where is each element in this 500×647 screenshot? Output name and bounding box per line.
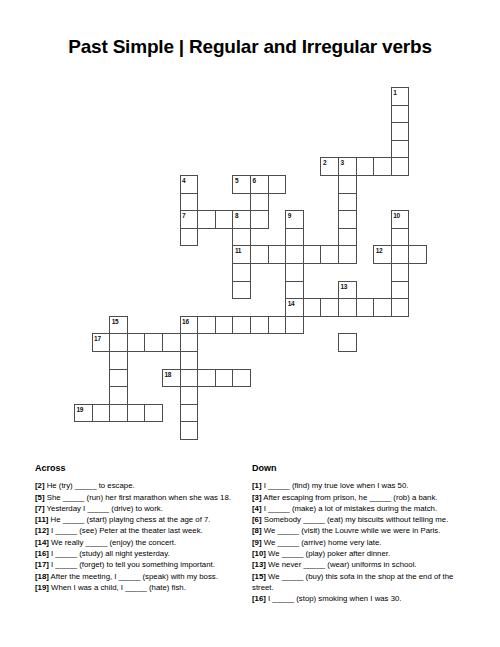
grid-cell[interactable] — [109, 351, 128, 370]
grid-cell[interactable] — [285, 316, 304, 335]
clue-item: [15] We _____ (buy) this sofa in the sho… — [252, 571, 472, 594]
grid-cell[interactable] — [232, 228, 251, 247]
clue-number: [3] — [252, 493, 262, 502]
grid-cell[interactable] — [338, 210, 357, 229]
grid-cell[interactable]: 7 — [180, 210, 199, 229]
grid-cell[interactable] — [391, 140, 410, 159]
grid-cell[interactable] — [215, 316, 234, 335]
grid-cell[interactable] — [391, 263, 410, 282]
grid-cell[interactable] — [180, 386, 199, 405]
cell-number: 11 — [235, 247, 241, 254]
down-header: Down — [252, 463, 472, 474]
clue-number: [17] — [35, 560, 49, 569]
grid-cell[interactable]: 15 — [109, 316, 128, 335]
grid-cell[interactable] — [391, 157, 410, 176]
grid-cell[interactable] — [232, 316, 251, 335]
cell-number: 15 — [112, 318, 119, 325]
clue-item: [11] He _____ (start) playing chess at t… — [35, 514, 249, 525]
clue-number: [11] — [35, 515, 48, 524]
grid-cell[interactable]: 6 — [250, 175, 269, 194]
grid-cell[interactable] — [391, 122, 410, 141]
clue-number: [5] — [35, 493, 45, 502]
grid-cell[interactable] — [250, 245, 269, 264]
cell-number: 2 — [323, 159, 326, 166]
grid-cell[interactable]: 10 — [391, 210, 410, 229]
grid-cell[interactable] — [197, 369, 216, 388]
clue-number: [16] — [252, 594, 266, 603]
cell-number: 3 — [341, 159, 344, 166]
clue-number: [19] — [35, 583, 49, 592]
clue-item: [8] We _____ (visit) the Louvre while we… — [252, 525, 472, 536]
clue-item: [16] I _____ (stop) smoking when I was 3… — [252, 593, 472, 604]
clue-number: [6] — [252, 515, 262, 524]
cell-number: 10 — [393, 212, 400, 219]
clue-number: [18] — [35, 572, 49, 581]
clue-number: [2] — [35, 481, 45, 490]
grid-cell[interactable]: 5 — [232, 175, 251, 194]
grid-cell[interactable] — [144, 333, 163, 352]
cell-number: 7 — [182, 212, 185, 219]
grid-cell[interactable]: 9 — [285, 210, 304, 229]
clue-number: [16] — [35, 549, 49, 558]
grid-cell[interactable]: 17 — [92, 333, 111, 352]
grid-cell[interactable] — [391, 281, 410, 300]
clue-item: [13] We never _____ (wear) uniforms in s… — [252, 559, 472, 570]
clue-item: [9] We _____ (arrive) home very late. — [252, 537, 472, 548]
grid-cell[interactable] — [356, 157, 375, 176]
grid-cell[interactable] — [373, 157, 392, 176]
grid-cell[interactable] — [144, 404, 163, 423]
grid-cell[interactable] — [320, 245, 339, 264]
grid-cell[interactable] — [285, 228, 304, 247]
grid-cell[interactable] — [180, 228, 199, 247]
grid-cell[interactable] — [391, 298, 410, 317]
grid-cell[interactable] — [162, 333, 181, 352]
grid-cell[interactable] — [268, 316, 287, 335]
clue-item: [10] We _____ (play) poker after dinner. — [252, 548, 472, 559]
grid-cell[interactable] — [250, 316, 269, 335]
grid-cell[interactable] — [268, 175, 287, 194]
grid-cell[interactable] — [268, 245, 287, 264]
down-clues: Down [1] I _____ (find) my true love whe… — [252, 463, 472, 605]
clue-item: [4] I _____ (make) a lot of mistakes dur… — [252, 503, 472, 514]
cell-number: 4 — [182, 177, 185, 184]
grid-cell[interactable] — [180, 404, 199, 423]
clue-item: [5] She _____ (run) her first marathon w… — [35, 492, 249, 503]
clue-number: [10] — [252, 549, 266, 558]
grid-cell[interactable] — [408, 245, 427, 264]
across-clues: Across [2] He (try) _____ to escape.[5] … — [35, 463, 249, 593]
clue-item: [14] We really _____ (enjoy) the concert… — [35, 537, 249, 548]
grid-cell[interactable] — [391, 228, 410, 247]
grid-cell[interactable] — [180, 421, 199, 440]
grid-cell[interactable] — [250, 193, 269, 212]
across-clue-list: [2] He (try) _____ to escape.[5] She ___… — [35, 480, 249, 593]
grid-cell[interactable]: 19 — [74, 404, 93, 423]
grid-cell[interactable] — [285, 281, 304, 300]
cell-number: 16 — [182, 318, 189, 325]
down-clue-list: [1] I _____ (find) my true love when I w… — [252, 480, 472, 604]
grid-cell[interactable]: 14 — [285, 298, 304, 317]
grid-cell[interactable] — [197, 210, 216, 229]
clue-item: [3] After escaping from prison, he _____… — [252, 492, 472, 503]
clue-item: [6] Somebody _____ (eat) my biscuits wit… — [252, 514, 472, 525]
grid-cell[interactable] — [232, 263, 251, 282]
grid-cell[interactable]: 2 — [320, 157, 339, 176]
worksheet-page: Past Simple | Regular and Irregular verb… — [0, 0, 500, 647]
clue-number: [14] — [35, 538, 49, 547]
grid-cell[interactable] — [338, 245, 357, 264]
grid-cell[interactable] — [180, 369, 199, 388]
grid-cell[interactable] — [338, 193, 357, 212]
grid-cell[interactable] — [197, 316, 216, 335]
grid-cell[interactable] — [109, 369, 128, 388]
grid-cell[interactable] — [303, 298, 322, 317]
clue-number: [9] — [252, 538, 262, 547]
grid-cell[interactable]: 4 — [180, 175, 199, 194]
grid-cell[interactable] — [391, 245, 410, 264]
clue-number: [8] — [252, 526, 262, 535]
grid-cell[interactable] — [92, 404, 111, 423]
grid-cell[interactable] — [180, 193, 199, 212]
page-title: Past Simple | Regular and Irregular verb… — [0, 36, 500, 58]
clue-number: [15] — [252, 572, 266, 581]
grid-cell[interactable] — [215, 369, 234, 388]
grid-cell[interactable] — [127, 333, 146, 352]
grid-cell[interactable] — [338, 175, 357, 194]
grid-cell[interactable] — [109, 333, 128, 352]
cell-number: 5 — [235, 177, 238, 184]
grid-cell[interactable] — [320, 298, 339, 317]
grid-cell[interactable] — [285, 263, 304, 282]
grid-cell[interactable] — [250, 210, 269, 229]
grid-cell[interactable] — [232, 281, 251, 300]
grid-cell[interactable]: 1 — [391, 87, 410, 106]
across-header: Across — [35, 463, 249, 474]
grid-cell[interactable]: 8 — [232, 210, 251, 229]
clue-item: [1] I _____ (find) my true love when I w… — [252, 480, 472, 491]
grid-cell[interactable] — [356, 298, 375, 317]
grid-cell[interactable] — [180, 351, 199, 370]
cell-number: 14 — [288, 300, 295, 307]
grid-cell[interactable] — [109, 386, 128, 405]
clue-number: [7] — [35, 504, 45, 513]
clue-item: [18] After the meeting, I _____ (speak) … — [35, 571, 249, 582]
grid-cell[interactable] — [338, 228, 357, 247]
grid-cell[interactable] — [180, 333, 199, 352]
clue-number: [12] — [35, 526, 49, 535]
grid-cell[interactable] — [338, 333, 357, 352]
grid-cell[interactable] — [303, 245, 322, 264]
clue-item: [19] When I was a child, I _____ (hate) … — [35, 582, 249, 593]
cell-number: 17 — [94, 335, 101, 342]
grid-cell[interactable] — [338, 298, 357, 317]
cell-number: 6 — [253, 177, 256, 184]
cell-number: 13 — [341, 283, 348, 290]
clue-number: [4] — [252, 504, 262, 513]
grid-cell[interactable]: 3 — [338, 157, 357, 176]
cell-number: 19 — [77, 406, 84, 413]
cell-number: 1 — [393, 89, 396, 96]
grid-cell[interactable] — [232, 369, 251, 388]
grid-cell[interactable]: 12 — [373, 245, 392, 264]
cell-number: 12 — [376, 247, 383, 254]
grid-cell[interactable]: 13 — [338, 281, 357, 300]
grid-cell[interactable] — [373, 298, 392, 317]
grid-cell[interactable] — [109, 404, 128, 423]
clue-number: [1] — [252, 481, 262, 490]
grid-cell[interactable]: 18 — [162, 369, 181, 388]
crossword-grid: 12345678910111213141516171819 — [74, 87, 427, 440]
cell-number: 18 — [165, 371, 172, 378]
cell-number: 8 — [235, 212, 238, 219]
grid-cell[interactable] — [127, 404, 146, 423]
grid-cell[interactable] — [215, 210, 234, 229]
clue-item: [12] I _____ (see) Peter at the theater … — [35, 525, 249, 536]
grid-cell[interactable] — [391, 105, 410, 124]
clue-item: [2] He (try) _____ to escape. — [35, 480, 249, 491]
clue-item: [16] I _____ (study) all night yesterday… — [35, 548, 249, 559]
grid-cell[interactable]: 16 — [180, 316, 199, 335]
clue-item: [17] I _____ (forget) to tell you someth… — [35, 559, 249, 570]
clue-number: [13] — [252, 560, 266, 569]
clue-item: [7] Yesterday I _____ (drive) to work. — [35, 503, 249, 514]
grid-cell[interactable]: 11 — [232, 245, 251, 264]
cell-number: 9 — [288, 212, 291, 219]
grid-cell[interactable] — [285, 245, 304, 264]
